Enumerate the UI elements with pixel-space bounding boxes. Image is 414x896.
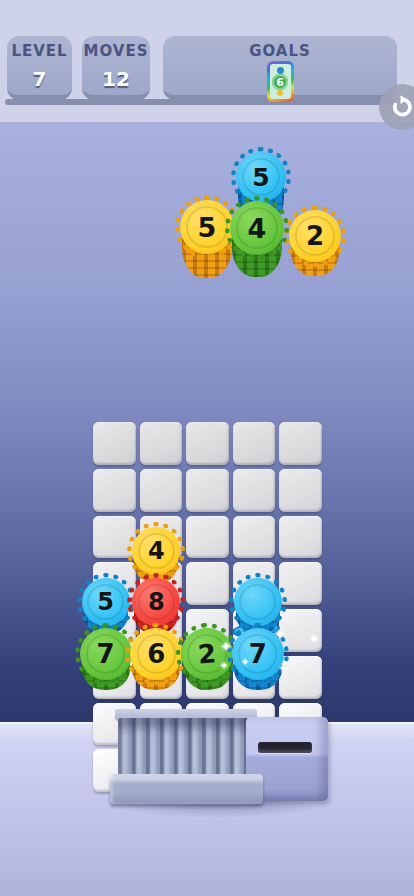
disc-count: 5: [198, 212, 217, 243]
board-cell[interactable]: [186, 562, 229, 605]
disc-face: 4: [230, 201, 284, 255]
level-label: LEVEL: [11, 42, 67, 60]
sparkle-icon: ✦: [241, 657, 249, 667]
board-cell[interactable]: [93, 422, 136, 465]
disc-face: 5: [82, 578, 130, 626]
hud-bar: LEVEL 7 MOVES 12 GOALS 6: [0, 0, 414, 122]
disc-count: 8: [148, 588, 165, 616]
disc-count: 5: [252, 163, 269, 192]
disc-blue-5[interactable]: 5: [82, 578, 130, 626]
goal-card: 6: [267, 61, 294, 102]
disc-count: 2: [197, 638, 218, 669]
board-cell[interactable]: [140, 469, 183, 512]
board-cell[interactable]: [93, 469, 136, 512]
disc-count: 4: [148, 537, 165, 565]
sparkle-icon: ✦: [220, 660, 228, 671]
disc-red-8[interactable]: 8: [132, 578, 180, 626]
goal-blue-dot-icon: [277, 67, 284, 74]
sparkle-icon: ✦: [309, 632, 319, 646]
disc-face: 5: [236, 152, 286, 202]
disc-count: 5: [97, 588, 114, 616]
disc-yellow-2[interactable]: 2: [289, 210, 341, 262]
disc-green-4[interactable]: 4: [230, 201, 284, 255]
goals-panel: GOALS 6: [163, 36, 397, 100]
board-cell[interactable]: [279, 516, 322, 559]
disc-count: 6: [147, 639, 165, 669]
board-cell[interactable]: [186, 422, 229, 465]
goals-label: GOALS: [249, 42, 311, 60]
level-value: 7: [33, 67, 47, 91]
disc-face: 4: [132, 527, 180, 575]
goal-target-disc: 6: [272, 74, 288, 90]
disc-blue-5[interactable]: 5: [236, 152, 286, 202]
disc-blue-blank[interactable]: [234, 578, 282, 626]
moves-value: 12: [102, 67, 130, 91]
disc-face: [234, 578, 282, 626]
disc-count: 7: [249, 639, 267, 669]
board-cell[interactable]: [279, 422, 322, 465]
disc-face: 2: [289, 210, 341, 262]
goal-card-inner: 6: [270, 64, 291, 99]
moves-panel: MOVES 12: [82, 36, 150, 100]
dispenser-slot-icon: [258, 742, 312, 753]
disc-green-7[interactable]: 7: [80, 628, 132, 680]
dispenser-tray: [118, 718, 255, 778]
disc-face: 6: [130, 628, 182, 680]
board-cell[interactable]: [233, 422, 276, 465]
disc-count: 7: [97, 639, 115, 669]
disc-yellow-4[interactable]: 4: [132, 527, 180, 575]
disc-count: 4: [248, 213, 267, 244]
disc-face: 7: [80, 628, 132, 680]
game-screen: 5542 4587627 LEVEL 7 MOVES 12 GOALS 6: [0, 0, 414, 896]
board-cell[interactable]: [186, 469, 229, 512]
moves-label: MOVES: [84, 42, 149, 60]
goal-target-count: 6: [276, 76, 284, 89]
level-panel: LEVEL 7: [7, 36, 72, 100]
play-area: 5542 4587627: [0, 122, 414, 722]
sparkle-icon: ✦: [274, 627, 284, 641]
disc-face: 8: [132, 578, 180, 626]
refresh-icon: [389, 94, 414, 120]
dispenser-tray-front: [110, 774, 263, 804]
disc-yellow-6[interactable]: 6: [130, 628, 182, 680]
disc-count: 2: [306, 221, 324, 251]
goal-yellow-dot-icon: [277, 90, 283, 96]
board-cell[interactable]: [279, 469, 322, 512]
sparkle-icon: ✦: [278, 662, 287, 675]
board-cell[interactable]: [186, 516, 229, 559]
board-cell[interactable]: [140, 422, 183, 465]
board-cell[interactable]: [233, 516, 276, 559]
board-cell[interactable]: [233, 469, 276, 512]
sparkle-icon: ✦: [221, 639, 232, 654]
